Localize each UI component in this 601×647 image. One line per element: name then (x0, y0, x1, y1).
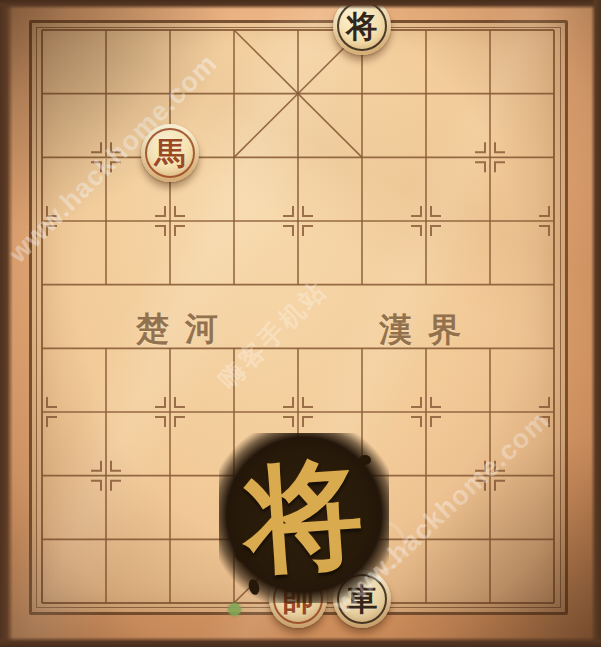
photo-edge (591, 0, 601, 647)
piece-character: 馬 (155, 137, 186, 169)
red-horse[interactable]: 馬 (141, 124, 199, 182)
check-stamp: 将 (219, 433, 389, 603)
photo-edge (0, 637, 601, 647)
piece-character: 将 (347, 10, 378, 42)
board-cell: 馬 (138, 125, 202, 189)
check-stamp-character: 将 (213, 427, 394, 608)
board-cell: 将 (330, 0, 394, 62)
xiangqi-board-screenshot: 楚河 漢界 将馬帥車 将 www.hackhome.com 嗨客手机站 www.… (0, 0, 601, 647)
black-general[interactable]: 将 (333, 0, 391, 55)
